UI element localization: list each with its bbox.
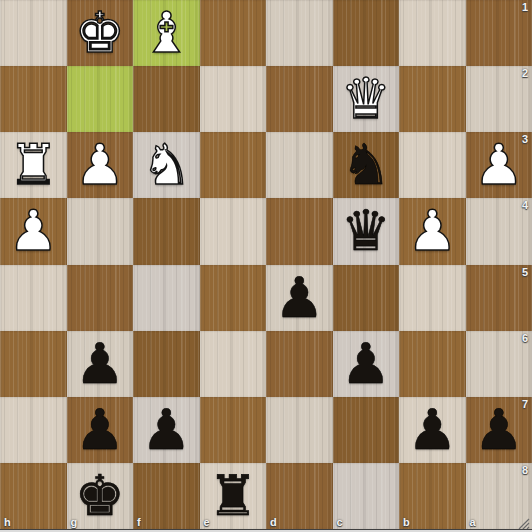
square-f2[interactable]	[133, 66, 200, 132]
square-e2[interactable]	[200, 66, 267, 132]
rank-label-5: 5	[522, 266, 528, 278]
square-g7[interactable]: ♟	[67, 397, 134, 463]
piece-black-king[interactable]: ♚	[67, 463, 134, 529]
square-c7[interactable]	[333, 397, 400, 463]
rank-label-1: 1	[522, 1, 528, 13]
piece-black-knight[interactable]: ♞	[333, 132, 400, 198]
piece-white-pawn[interactable]: ♟	[67, 132, 134, 198]
square-e7[interactable]	[200, 397, 267, 463]
square-d5[interactable]: ♟	[266, 265, 333, 331]
piece-white-pawn[interactable]: ♟	[399, 198, 466, 264]
square-b7[interactable]: ♟	[399, 397, 466, 463]
square-e8[interactable]: ♜e	[200, 463, 267, 529]
square-a2[interactable]: 2	[466, 66, 532, 132]
square-d2[interactable]	[266, 66, 333, 132]
square-b1[interactable]	[399, 0, 466, 66]
square-e6[interactable]	[200, 331, 267, 397]
square-d7[interactable]	[266, 397, 333, 463]
square-d4[interactable]	[266, 198, 333, 264]
square-f7[interactable]: ♟	[133, 397, 200, 463]
piece-white-bishop[interactable]: ♝	[133, 0, 200, 66]
square-g8[interactable]: ♚g	[67, 463, 134, 529]
square-f3[interactable]: ♞	[133, 132, 200, 198]
rank-label-2: 2	[522, 67, 528, 79]
piece-black-pawn[interactable]: ♟	[266, 265, 333, 331]
square-c1[interactable]	[333, 0, 400, 66]
square-f5[interactable]	[133, 265, 200, 331]
square-c6[interactable]: ♟	[333, 331, 400, 397]
square-h5[interactable]	[0, 265, 67, 331]
square-h6[interactable]	[0, 331, 67, 397]
piece-white-queen[interactable]: ♛	[333, 66, 400, 132]
file-label-h: h	[4, 516, 11, 528]
square-a4[interactable]: 4	[466, 198, 532, 264]
square-e4[interactable]	[200, 198, 267, 264]
square-a8[interactable]: 8a	[466, 463, 532, 529]
square-h1[interactable]	[0, 0, 67, 66]
square-c2[interactable]: ♛	[333, 66, 400, 132]
square-b3[interactable]	[399, 132, 466, 198]
square-g3[interactable]: ♟	[67, 132, 134, 198]
square-a6[interactable]: 6	[466, 331, 532, 397]
square-h3[interactable]: ♜	[0, 132, 67, 198]
square-g4[interactable]	[67, 198, 134, 264]
square-h8[interactable]: h	[0, 463, 67, 529]
square-e5[interactable]	[200, 265, 267, 331]
board-resize-handle-icon[interactable]	[518, 515, 530, 527]
piece-white-rook[interactable]: ♜	[0, 132, 67, 198]
square-d6[interactable]	[266, 331, 333, 397]
square-f1[interactable]: ♝	[133, 0, 200, 66]
square-c4[interactable]: ♛	[333, 198, 400, 264]
piece-black-pawn[interactable]: ♟	[67, 331, 134, 397]
square-a1[interactable]: 1	[466, 0, 532, 66]
piece-black-pawn[interactable]: ♟	[333, 331, 400, 397]
square-b4[interactable]: ♟	[399, 198, 466, 264]
file-label-c: c	[337, 516, 343, 528]
rank-label-4: 4	[522, 199, 528, 211]
square-f4[interactable]	[133, 198, 200, 264]
piece-black-rook[interactable]: ♜	[200, 463, 267, 529]
square-e3[interactable]	[200, 132, 267, 198]
square-f6[interactable]	[133, 331, 200, 397]
square-d3[interactable]	[266, 132, 333, 198]
piece-white-knight[interactable]: ♞	[133, 132, 200, 198]
square-f8[interactable]: f	[133, 463, 200, 529]
rank-label-8: 8	[522, 464, 528, 476]
square-g6[interactable]: ♟	[67, 331, 134, 397]
square-g2[interactable]	[67, 66, 134, 132]
square-a3[interactable]: ♟3	[466, 132, 532, 198]
square-e1[interactable]	[200, 0, 267, 66]
piece-black-queen[interactable]: ♛	[333, 198, 400, 264]
page: ♚♝1♛2♜♟♞♞♟3♟♛♟4♟5♟♟6♟♟♟♟7h♚gf♜edcb8a	[0, 0, 532, 532]
file-label-b: b	[403, 516, 410, 528]
file-label-f: f	[137, 516, 141, 528]
square-a7[interactable]: ♟7	[466, 397, 532, 463]
file-label-a: a	[470, 516, 476, 528]
piece-white-pawn[interactable]: ♟	[0, 198, 67, 264]
file-label-d: d	[270, 516, 277, 528]
piece-black-pawn[interactable]: ♟	[399, 397, 466, 463]
square-c8[interactable]: c	[333, 463, 400, 529]
square-g1[interactable]: ♚	[67, 0, 134, 66]
square-b6[interactable]	[399, 331, 466, 397]
square-g5[interactable]	[67, 265, 134, 331]
piece-black-pawn[interactable]: ♟	[466, 397, 532, 463]
square-a5[interactable]: 5	[466, 265, 532, 331]
square-d1[interactable]	[266, 0, 333, 66]
square-b2[interactable]	[399, 66, 466, 132]
square-h2[interactable]	[0, 66, 67, 132]
square-h4[interactable]: ♟	[0, 198, 67, 264]
square-h7[interactable]	[0, 397, 67, 463]
square-b5[interactable]	[399, 265, 466, 331]
square-b8[interactable]: b	[399, 463, 466, 529]
piece-black-pawn[interactable]: ♟	[67, 397, 134, 463]
square-c3[interactable]: ♞	[333, 132, 400, 198]
square-d8[interactable]: d	[266, 463, 333, 529]
chess-board: ♚♝1♛2♜♟♞♞♟3♟♛♟4♟5♟♟6♟♟♟♟7h♚gf♜edcb8a	[0, 0, 532, 530]
square-c5[interactable]	[333, 265, 400, 331]
piece-black-pawn[interactable]: ♟	[133, 397, 200, 463]
piece-white-pawn[interactable]: ♟	[466, 132, 532, 198]
piece-white-king[interactable]: ♚	[67, 0, 134, 66]
rank-label-6: 6	[522, 332, 528, 344]
